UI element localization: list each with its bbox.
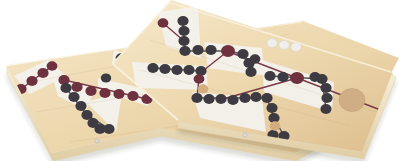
screw bbox=[243, 133, 247, 137]
track-dot-maroon bbox=[99, 88, 110, 98]
track-dot-black bbox=[321, 93, 332, 103]
track-dot-black bbox=[320, 104, 331, 114]
track-dot-maroon bbox=[194, 74, 205, 83]
track-dot-black bbox=[205, 45, 216, 55]
track-dot-black bbox=[237, 49, 248, 59]
track-dot-maroon bbox=[113, 89, 124, 99]
track-dot-white bbox=[267, 39, 277, 48]
track-dot-black bbox=[103, 124, 114, 134]
track-dot-black bbox=[81, 110, 92, 120]
track-dot-maroon bbox=[85, 86, 96, 96]
track-dot-black bbox=[316, 74, 327, 84]
track-dot-maroon bbox=[47, 61, 58, 70]
track-dot-black bbox=[183, 65, 194, 75]
track-dot-black bbox=[75, 101, 86, 111]
track-dot-maroon bbox=[290, 72, 304, 84]
track-dot-black bbox=[179, 46, 190, 56]
track-dot-beige bbox=[270, 121, 281, 130]
track-dot-maroon bbox=[26, 76, 37, 86]
track-dot-black bbox=[171, 65, 182, 75]
track-dot-maroon bbox=[158, 18, 169, 27]
track-dot-maroon bbox=[71, 82, 82, 92]
track-dot-white bbox=[279, 41, 289, 50]
track-dot-black bbox=[68, 92, 79, 102]
track-dot-black bbox=[250, 54, 261, 63]
track-dot-black bbox=[177, 16, 188, 26]
track-dot-black bbox=[277, 72, 288, 82]
track-dot-black bbox=[191, 93, 202, 103]
track-dot-black bbox=[195, 66, 206, 76]
track-dot-beige bbox=[198, 84, 209, 93]
track-dot-black bbox=[101, 73, 111, 82]
product-photo-stage bbox=[0, 0, 400, 161]
track-dot-black bbox=[264, 71, 275, 81]
track-dot-black bbox=[266, 103, 277, 113]
track-dot-black bbox=[178, 26, 189, 36]
track-dot-black bbox=[159, 64, 170, 74]
track-dot-black bbox=[215, 94, 226, 104]
track-dot-maroon bbox=[221, 45, 235, 57]
track-dot-black bbox=[192, 45, 203, 55]
scene-svg bbox=[0, 0, 400, 161]
track-dot-maroon bbox=[127, 91, 138, 101]
track-dot-black bbox=[320, 83, 331, 93]
track-dot-black bbox=[261, 93, 272, 103]
track-dot-black bbox=[60, 83, 71, 93]
track-dot-black bbox=[250, 92, 261, 102]
track-dot-maroon bbox=[37, 68, 48, 78]
goal-circle bbox=[339, 89, 365, 112]
track-dot-black bbox=[203, 94, 214, 104]
track-dot-black bbox=[147, 63, 158, 73]
track-dot-black bbox=[227, 95, 238, 105]
screw bbox=[95, 139, 99, 143]
track-dot-black bbox=[178, 36, 189, 46]
track-dot-black bbox=[239, 93, 250, 103]
track-dot-black bbox=[245, 67, 256, 77]
